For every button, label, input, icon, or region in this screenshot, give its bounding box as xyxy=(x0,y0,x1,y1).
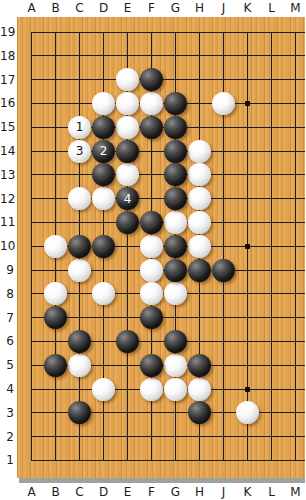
stone-white[interactable] xyxy=(188,211,211,234)
stone-black[interactable] xyxy=(140,354,163,377)
stone-black[interactable] xyxy=(164,140,187,163)
column-label-bottom: E xyxy=(118,485,138,499)
stone-black[interactable] xyxy=(188,354,211,377)
hoshi-point xyxy=(245,387,250,392)
row-label-left: 19 xyxy=(0,25,14,39)
row-label-left: 13 xyxy=(0,168,14,182)
stone-black[interactable]: 4 xyxy=(116,187,139,210)
stone-white[interactable] xyxy=(140,378,163,401)
stone-black[interactable] xyxy=(164,259,187,282)
stone-white[interactable] xyxy=(68,187,91,210)
stone-white[interactable] xyxy=(68,354,91,377)
column-label-bottom: B xyxy=(46,485,66,499)
stone-white[interactable] xyxy=(140,92,163,115)
row-label-left: 5 xyxy=(0,358,14,372)
stone-white[interactable]: 3 xyxy=(68,140,91,163)
grid-line-horizontal xyxy=(31,436,305,437)
stone-black[interactable] xyxy=(164,92,187,115)
column-label-bottom: C xyxy=(70,485,90,499)
grid-line-horizontal xyxy=(31,317,305,318)
move-number-label: 3 xyxy=(76,145,84,157)
stone-white[interactable] xyxy=(188,378,211,401)
column-label-top: B xyxy=(46,1,66,15)
column-label-top: F xyxy=(142,1,162,15)
stone-black[interactable] xyxy=(116,211,139,234)
stone-white[interactable] xyxy=(92,378,115,401)
column-label-top: L xyxy=(262,1,282,15)
move-number-label: 2 xyxy=(100,145,108,157)
row-label-left: 16 xyxy=(0,96,14,110)
stone-white[interactable] xyxy=(92,92,115,115)
row-label-left: 9 xyxy=(0,263,14,277)
row-label-left: 7 xyxy=(0,311,14,325)
column-label-bottom: L xyxy=(262,485,282,499)
stone-black[interactable] xyxy=(140,116,163,139)
stone-black[interactable]: 2 xyxy=(92,140,115,163)
hoshi-point xyxy=(245,101,250,106)
stone-black[interactable] xyxy=(92,235,115,258)
column-label-bottom: J xyxy=(214,485,234,499)
stone-black[interactable] xyxy=(164,330,187,353)
grid-line-horizontal xyxy=(31,79,305,80)
row-label-left: 17 xyxy=(0,73,14,87)
stone-black[interactable] xyxy=(140,211,163,234)
column-label-bottom: M xyxy=(286,485,306,499)
move-number-label: 1 xyxy=(76,121,84,133)
row-label-left: 11 xyxy=(0,215,14,229)
row-label-left: 18 xyxy=(0,49,14,63)
row-label-left: 14 xyxy=(0,144,14,158)
grid-line-vertical xyxy=(295,32,296,461)
stone-black[interactable] xyxy=(116,140,139,163)
stone-black[interactable] xyxy=(140,306,163,329)
row-label-left: 3 xyxy=(0,406,14,420)
column-label-top: M xyxy=(286,1,306,15)
row-label-left: 8 xyxy=(0,287,14,301)
stone-white[interactable] xyxy=(164,378,187,401)
row-label-left: 4 xyxy=(0,382,14,396)
stone-black[interactable] xyxy=(164,187,187,210)
row-label-left: 6 xyxy=(0,334,14,348)
grid-line-horizontal xyxy=(31,55,305,56)
goban-bottom-edge-shadow xyxy=(19,478,305,483)
column-label-bottom: F xyxy=(142,485,162,499)
stone-white[interactable] xyxy=(188,235,211,258)
column-label-bottom: D xyxy=(94,485,114,499)
column-label-bottom: H xyxy=(190,485,210,499)
stone-black[interactable] xyxy=(116,330,139,353)
column-label-top: H xyxy=(190,1,210,15)
column-label-top: D xyxy=(94,1,114,15)
grid-line-horizontal xyxy=(31,460,305,461)
stone-black[interactable] xyxy=(44,354,67,377)
grid-line-vertical xyxy=(31,32,32,461)
grid-line-horizontal xyxy=(31,32,305,33)
column-label-bottom: G xyxy=(166,485,186,499)
stone-black[interactable] xyxy=(68,330,91,353)
stone-black[interactable] xyxy=(188,259,211,282)
stone-white[interactable] xyxy=(212,92,235,115)
stone-white[interactable] xyxy=(116,92,139,115)
stone-white[interactable] xyxy=(116,116,139,139)
column-label-top: C xyxy=(70,1,90,15)
column-label-top: K xyxy=(238,1,258,15)
row-label-left: 2 xyxy=(0,430,14,444)
hoshi-point xyxy=(245,244,250,249)
column-label-top: A xyxy=(22,1,42,15)
stone-white[interactable] xyxy=(188,187,211,210)
stone-white[interactable] xyxy=(164,211,187,234)
grid-line-vertical xyxy=(271,32,272,461)
row-label-left: 10 xyxy=(0,239,14,253)
stone-black[interactable] xyxy=(68,235,91,258)
row-label-left: 15 xyxy=(0,120,14,134)
go-board-screenshot: AABBCCDDEEFFGGHHJJKKLLMM1918171615141312… xyxy=(0,0,305,500)
move-number-label: 4 xyxy=(124,193,132,205)
stone-white[interactable] xyxy=(188,140,211,163)
column-label-bottom: K xyxy=(238,485,258,499)
stone-white[interactable] xyxy=(164,354,187,377)
column-label-top: G xyxy=(166,1,186,15)
row-label-left: 12 xyxy=(0,192,14,206)
stone-white[interactable] xyxy=(140,259,163,282)
stone-black[interactable] xyxy=(164,116,187,139)
stone-white[interactable] xyxy=(116,68,139,91)
stone-white[interactable] xyxy=(140,235,163,258)
stone-black[interactable] xyxy=(44,306,67,329)
column-label-bottom: A xyxy=(22,485,42,499)
stone-black[interactable] xyxy=(140,68,163,91)
column-label-top: J xyxy=(214,1,234,15)
column-label-top: E xyxy=(118,1,138,15)
stone-white[interactable]: 1 xyxy=(68,116,91,139)
stone-white[interactable] xyxy=(68,259,91,282)
stone-black[interactable] xyxy=(92,116,115,139)
stone-white[interactable] xyxy=(44,235,67,258)
stone-white[interactable] xyxy=(92,187,115,210)
row-label-left: 1 xyxy=(0,453,14,467)
stone-black[interactable] xyxy=(212,259,235,282)
stone-black[interactable] xyxy=(164,235,187,258)
